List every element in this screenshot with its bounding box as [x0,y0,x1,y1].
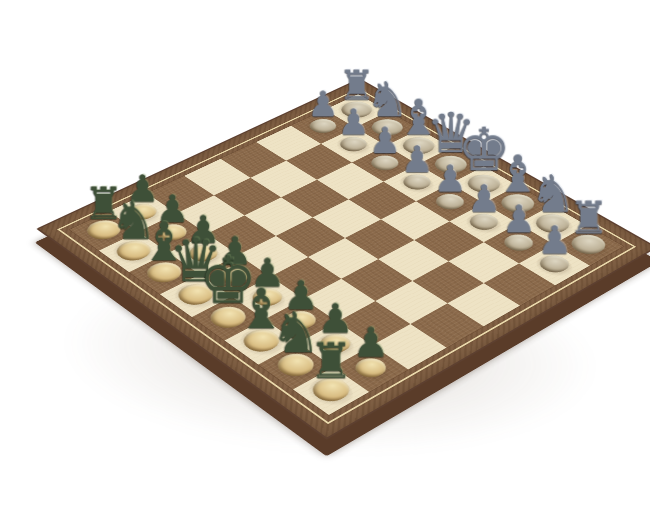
black-pawn-icon: ♟ [509,220,601,259]
white-rook-icon: ♜ [282,336,381,386]
product-photo-scene: ♜♞♝♛♚♝♞♜♟♟♟♟♟♟♟♟♟♟♟♟♟♟♟♟♜♞♝♛♚♝♞♜ [0,0,650,520]
